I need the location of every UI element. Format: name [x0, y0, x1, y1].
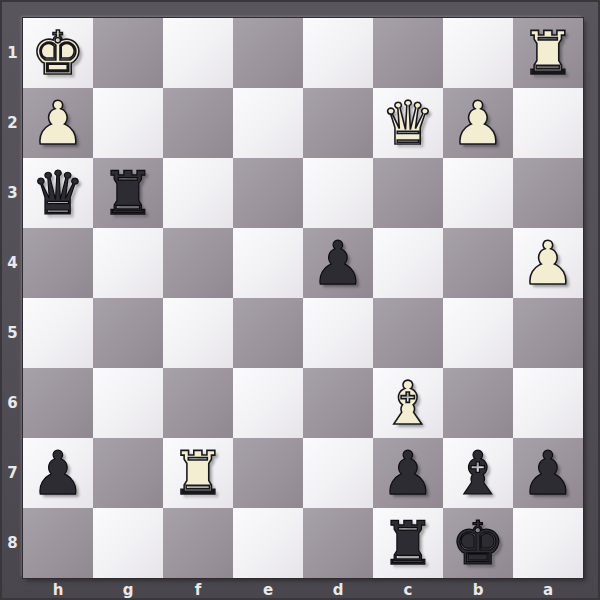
rank-labels: 12345678 [2, 18, 23, 578]
square-a8[interactable] [513, 508, 583, 578]
square-e7[interactable] [233, 438, 303, 508]
square-e4[interactable] [233, 228, 303, 298]
square-a2[interactable] [513, 88, 583, 158]
file-label-c: c [373, 579, 443, 600]
square-a5[interactable] [513, 298, 583, 368]
square-g3[interactable]: ♜ [93, 158, 163, 228]
square-c7[interactable]: ♟ [373, 438, 443, 508]
chess-board: ♚♜♟♛♟♛♜♟♟♝♟♜♟♝♟♜♚ [23, 18, 583, 578]
square-c8[interactable]: ♜ [373, 508, 443, 578]
square-g7[interactable] [93, 438, 163, 508]
file-label-a: a [513, 579, 583, 600]
square-a1[interactable]: ♜ [513, 18, 583, 88]
black-rook[interactable]: ♜ [101, 163, 155, 223]
rank-label-2: 2 [2, 88, 23, 158]
square-h4[interactable] [23, 228, 93, 298]
black-queen[interactable]: ♛ [31, 163, 85, 223]
square-b3[interactable] [443, 158, 513, 228]
square-a3[interactable] [513, 158, 583, 228]
square-e3[interactable] [233, 158, 303, 228]
square-g6[interactable] [93, 368, 163, 438]
black-pawn[interactable]: ♟ [521, 443, 575, 503]
square-f4[interactable] [163, 228, 233, 298]
square-h7[interactable]: ♟ [23, 438, 93, 508]
square-d3[interactable] [303, 158, 373, 228]
square-h6[interactable] [23, 368, 93, 438]
square-d6[interactable] [303, 368, 373, 438]
rank-label-1: 1 [2, 18, 23, 88]
square-f1[interactable] [163, 18, 233, 88]
square-c5[interactable] [373, 298, 443, 368]
black-king[interactable]: ♚ [451, 513, 505, 573]
square-h2[interactable]: ♟ [23, 88, 93, 158]
file-label-f: f [163, 579, 233, 600]
square-f5[interactable] [163, 298, 233, 368]
square-g2[interactable] [93, 88, 163, 158]
rank-label-5: 5 [2, 298, 23, 368]
square-d7[interactable] [303, 438, 373, 508]
white-rook[interactable]: ♜ [521, 23, 575, 83]
square-f8[interactable] [163, 508, 233, 578]
square-h3[interactable]: ♛ [23, 158, 93, 228]
square-a7[interactable]: ♟ [513, 438, 583, 508]
white-pawn[interactable]: ♟ [31, 93, 85, 153]
white-queen[interactable]: ♛ [381, 93, 435, 153]
black-pawn[interactable]: ♟ [311, 233, 365, 293]
square-d5[interactable] [303, 298, 373, 368]
square-e1[interactable] [233, 18, 303, 88]
square-c2[interactable]: ♛ [373, 88, 443, 158]
square-h5[interactable] [23, 298, 93, 368]
square-f3[interactable] [163, 158, 233, 228]
square-c4[interactable] [373, 228, 443, 298]
white-rook[interactable]: ♜ [171, 443, 225, 503]
white-pawn[interactable]: ♟ [521, 233, 575, 293]
square-b8[interactable]: ♚ [443, 508, 513, 578]
rank-label-3: 3 [2, 158, 23, 228]
square-f7[interactable]: ♜ [163, 438, 233, 508]
square-e5[interactable] [233, 298, 303, 368]
square-g5[interactable] [93, 298, 163, 368]
square-g8[interactable] [93, 508, 163, 578]
square-e8[interactable] [233, 508, 303, 578]
square-h1[interactable]: ♚ [23, 18, 93, 88]
square-f2[interactable] [163, 88, 233, 158]
square-d1[interactable] [303, 18, 373, 88]
square-c3[interactable] [373, 158, 443, 228]
rank-label-8: 8 [2, 508, 23, 578]
square-g4[interactable] [93, 228, 163, 298]
file-label-h: h [23, 579, 93, 600]
square-b2[interactable]: ♟ [443, 88, 513, 158]
square-a4[interactable]: ♟ [513, 228, 583, 298]
square-g1[interactable] [93, 18, 163, 88]
rank-label-6: 6 [2, 368, 23, 438]
square-b1[interactable] [443, 18, 513, 88]
black-pawn[interactable]: ♟ [31, 443, 85, 503]
white-bishop[interactable]: ♝ [381, 373, 435, 433]
square-b4[interactable] [443, 228, 513, 298]
square-d8[interactable] [303, 508, 373, 578]
square-d2[interactable] [303, 88, 373, 158]
square-c1[interactable] [373, 18, 443, 88]
square-b7[interactable]: ♝ [443, 438, 513, 508]
white-king[interactable]: ♚ [31, 23, 85, 83]
square-f6[interactable] [163, 368, 233, 438]
rank-label-7: 7 [2, 438, 23, 508]
square-c6[interactable]: ♝ [373, 368, 443, 438]
file-label-d: d [303, 579, 373, 600]
chess-board-frame: 12345678 ♚♜♟♛♟♛♜♟♟♝♟♜♟♝♟♜♚ hgfedcba [0, 0, 600, 600]
white-pawn[interactable]: ♟ [451, 93, 505, 153]
square-e6[interactable] [233, 368, 303, 438]
file-labels: hgfedcba [23, 579, 583, 600]
black-rook[interactable]: ♜ [381, 513, 435, 573]
file-label-e: e [233, 579, 303, 600]
square-b6[interactable] [443, 368, 513, 438]
square-e2[interactable] [233, 88, 303, 158]
square-b5[interactable] [443, 298, 513, 368]
square-a6[interactable] [513, 368, 583, 438]
black-pawn[interactable]: ♟ [381, 443, 435, 503]
rank-label-4: 4 [2, 228, 23, 298]
black-bishop[interactable]: ♝ [451, 443, 505, 503]
square-d4[interactable]: ♟ [303, 228, 373, 298]
square-h8[interactable] [23, 508, 93, 578]
file-label-g: g [93, 579, 163, 600]
file-label-b: b [443, 579, 513, 600]
